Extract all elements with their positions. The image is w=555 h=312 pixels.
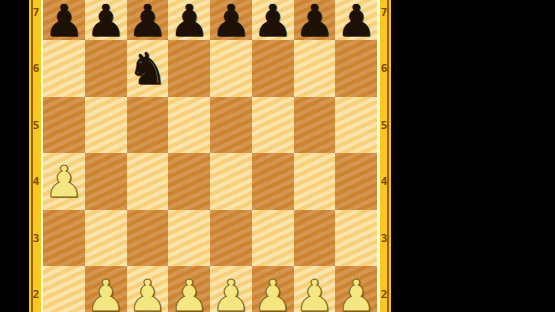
- square-a6[interactable]: [43, 40, 85, 97]
- square-e7[interactable]: ♟: [210, 0, 252, 40]
- square-c7[interactable]: ♟: [127, 0, 169, 40]
- square-h4[interactable]: [335, 153, 377, 210]
- board-frame-left: 765432: [29, 0, 43, 312]
- square-d6[interactable]: [168, 40, 210, 97]
- white-pawn-d2[interactable]: ♟: [169, 270, 208, 312]
- rank-label-left-3: 3: [29, 231, 43, 244]
- square-g2[interactable]: ♟: [294, 266, 336, 312]
- square-e4[interactable]: [210, 153, 252, 210]
- square-a7[interactable]: ♟: [43, 0, 85, 40]
- square-d2[interactable]: ♟: [168, 266, 210, 312]
- square-h3[interactable]: [335, 210, 377, 267]
- square-b6[interactable]: [85, 40, 127, 97]
- square-f4[interactable]: [252, 153, 294, 210]
- square-e5[interactable]: [210, 97, 252, 154]
- rank-label-right-6: 6: [377, 62, 391, 75]
- white-pawn-b2[interactable]: ♟: [86, 270, 125, 312]
- black-pawn-h7[interactable]: ♟: [336, 0, 375, 47]
- square-h2[interactable]: ♟: [335, 266, 377, 312]
- square-c6[interactable]: ♞: [127, 40, 169, 97]
- white-pawn-e2[interactable]: ♟: [211, 270, 250, 312]
- square-h5[interactable]: [335, 97, 377, 154]
- rank-label-left-5: 5: [29, 118, 43, 131]
- square-b5[interactable]: [85, 97, 127, 154]
- rank-label-right-5: 5: [377, 118, 391, 131]
- square-f7[interactable]: ♟: [252, 0, 294, 40]
- square-d5[interactable]: [168, 97, 210, 154]
- black-pawn-g7[interactable]: ♟: [295, 0, 334, 47]
- square-f6[interactable]: [252, 40, 294, 97]
- square-b3[interactable]: [85, 210, 127, 267]
- square-e6[interactable]: [210, 40, 252, 97]
- black-pawn-a7[interactable]: ♟: [44, 0, 83, 47]
- rank-label-left-4: 4: [29, 175, 43, 188]
- square-h7[interactable]: ♟: [335, 0, 377, 40]
- square-b4[interactable]: [85, 153, 127, 210]
- rank-label-right-3: 3: [377, 231, 391, 244]
- square-a3[interactable]: [43, 210, 85, 267]
- square-g7[interactable]: ♟: [294, 0, 336, 40]
- square-a2[interactable]: [43, 266, 85, 312]
- square-c2[interactable]: ♟: [127, 266, 169, 312]
- rank-label-right-2: 2: [377, 288, 391, 301]
- screen: 765432 ♟♟♟♟♟♟♟♟♞♟♟♟♟♟♟♟♟ 765432: [0, 0, 555, 312]
- square-g5[interactable]: [294, 97, 336, 154]
- rank-label-right-4: 4: [377, 175, 391, 188]
- square-e3[interactable]: [210, 210, 252, 267]
- square-b7[interactable]: ♟: [85, 0, 127, 40]
- square-c3[interactable]: [127, 210, 169, 267]
- chess-board-frame: 765432 ♟♟♟♟♟♟♟♟♞♟♟♟♟♟♟♟♟ 765432: [29, 0, 391, 312]
- white-pawn-a4[interactable]: ♟: [44, 156, 83, 208]
- white-pawn-g2[interactable]: ♟: [295, 270, 334, 312]
- square-c5[interactable]: [127, 97, 169, 154]
- black-pawn-b7[interactable]: ♟: [86, 0, 125, 47]
- square-g4[interactable]: [294, 153, 336, 210]
- white-pawn-f2[interactable]: ♟: [253, 270, 292, 312]
- black-pawn-f7[interactable]: ♟: [253, 0, 292, 47]
- black-knight-c6[interactable]: ♞: [128, 43, 167, 95]
- rank-label-left-7: 7: [29, 5, 43, 18]
- square-f3[interactable]: [252, 210, 294, 267]
- square-a4[interactable]: ♟: [43, 153, 85, 210]
- square-d4[interactable]: [168, 153, 210, 210]
- square-c4[interactable]: [127, 153, 169, 210]
- white-pawn-c2[interactable]: ♟: [128, 270, 167, 312]
- square-e2[interactable]: ♟: [210, 266, 252, 312]
- square-g6[interactable]: [294, 40, 336, 97]
- black-pawn-c7[interactable]: ♟: [128, 0, 167, 47]
- black-pawn-e7[interactable]: ♟: [211, 0, 250, 47]
- square-d7[interactable]: ♟: [168, 0, 210, 40]
- square-f2[interactable]: ♟: [252, 266, 294, 312]
- square-b2[interactable]: ♟: [85, 266, 127, 312]
- square-f5[interactable]: [252, 97, 294, 154]
- board-grid: ♟♟♟♟♟♟♟♟♞♟♟♟♟♟♟♟♟: [43, 0, 377, 312]
- black-pawn-d7[interactable]: ♟: [169, 0, 208, 47]
- white-pawn-h2[interactable]: ♟: [336, 270, 375, 312]
- square-h6[interactable]: [335, 40, 377, 97]
- rank-label-left-2: 2: [29, 288, 43, 301]
- rank-label-left-6: 6: [29, 62, 43, 75]
- square-g3[interactable]: [294, 210, 336, 267]
- square-d3[interactable]: [168, 210, 210, 267]
- rank-label-right-7: 7: [377, 5, 391, 18]
- square-a5[interactable]: [43, 97, 85, 154]
- board-frame-right: 765432: [377, 0, 391, 312]
